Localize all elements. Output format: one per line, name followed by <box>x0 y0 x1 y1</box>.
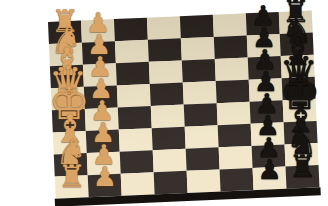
square-f5[interactable] <box>185 125 219 149</box>
square-f6[interactable] <box>218 124 252 148</box>
square-d6[interactable] <box>216 80 250 104</box>
square-d4[interactable] <box>150 83 184 107</box>
square-e4[interactable] <box>151 105 185 129</box>
square-a4[interactable] <box>147 16 181 40</box>
piece-white-rook-h1[interactable]: ♜ <box>58 161 86 192</box>
square-b6[interactable] <box>214 35 248 59</box>
square-g3[interactable] <box>120 150 154 174</box>
square-g4[interactable] <box>153 149 187 173</box>
square-c4[interactable] <box>149 60 183 84</box>
square-c3[interactable] <box>116 62 150 86</box>
square-b4[interactable] <box>148 38 182 62</box>
square-c5[interactable] <box>182 59 216 83</box>
piece-black-pawn-h7[interactable]: ♟ <box>258 156 282 183</box>
square-e5[interactable] <box>184 103 218 127</box>
square-f4[interactable] <box>152 127 186 151</box>
square-d5[interactable] <box>183 81 217 105</box>
square-d3[interactable] <box>117 84 151 108</box>
square-h3[interactable] <box>121 172 155 196</box>
square-e3[interactable] <box>118 106 152 130</box>
square-b5[interactable] <box>181 37 215 61</box>
square-e6[interactable] <box>217 102 251 126</box>
square-b3[interactable] <box>115 40 149 64</box>
square-h5[interactable] <box>187 169 221 193</box>
square-g5[interactable] <box>186 147 220 171</box>
piece-black-rook-h8[interactable]: ♜ <box>289 151 317 182</box>
square-h4[interactable] <box>154 171 188 195</box>
chess-set-photo: ♜♟♟♜♞♟♟♞♝♟♟♝♛♟♟♛♚♟♟♚♝♟♟♝♞♟♟♞♜♟♟♜ <box>0 0 328 206</box>
square-h6[interactable] <box>220 168 254 192</box>
square-a3[interactable] <box>114 18 148 42</box>
piece-white-pawn-h2[interactable]: ♟ <box>93 163 117 190</box>
square-a6[interactable] <box>213 13 247 37</box>
square-a5[interactable] <box>180 15 214 39</box>
square-c6[interactable] <box>215 58 249 82</box>
square-g6[interactable] <box>219 146 253 170</box>
square-f3[interactable] <box>119 128 153 152</box>
